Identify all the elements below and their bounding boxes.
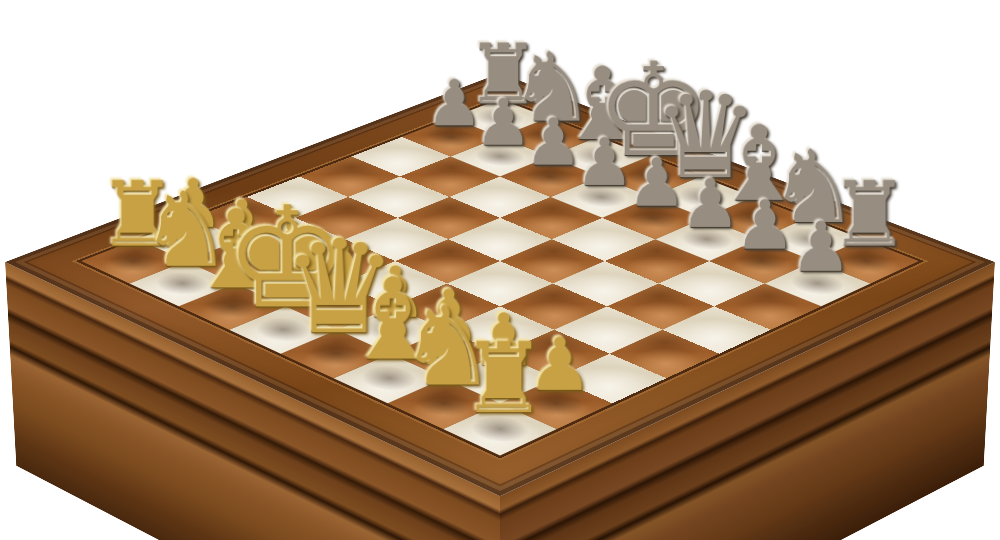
white-pawn: ♟: [740, 213, 902, 282]
wooden-chess-case: ♜♞♝♛♚♝♞♜♟♟♟♟♟♟♟♟♟♟♟♟♟♟♟♟♜♞♝♛♚♝♞♜: [5, 73, 995, 496]
black-rook: ♜: [417, 330, 591, 428]
chess-set-photo: ♜♞♝♛♚♝♞♜♟♟♟♟♟♟♟♟♟♟♟♟♟♟♟♟♜♞♝♛♚♝♞♜: [0, 0, 1000, 540]
